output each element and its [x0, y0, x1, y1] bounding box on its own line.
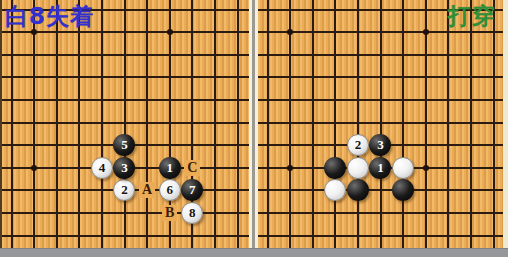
star-point	[287, 165, 293, 171]
stone-black-1: 1	[159, 157, 181, 179]
stone-black-3: 3	[113, 157, 135, 179]
stone-white-2: 2	[347, 134, 369, 156]
stone-white	[324, 179, 346, 201]
stone-black-3: 3	[369, 134, 391, 156]
stone-white-6: 6	[159, 179, 181, 201]
panel-divider	[252, 0, 255, 249]
stone-white-8: 8	[181, 202, 203, 224]
right-go-board[interactable]: 打穿 231	[258, 0, 508, 249]
stone-black	[347, 179, 369, 201]
intersection-lattice: 231	[258, 0, 505, 247]
stone-white	[392, 157, 414, 179]
stone-black	[392, 179, 414, 201]
stone-black-5: 5	[113, 134, 135, 156]
stone-black-1: 1	[369, 157, 391, 179]
stone-black	[324, 157, 346, 179]
point-label-A: A	[139, 182, 155, 198]
point-label-B: B	[162, 205, 177, 221]
status-bar	[0, 248, 508, 257]
right-diagram-title: 打穿	[448, 1, 496, 32]
point-label-C: C	[184, 160, 200, 176]
stone-white-2: 2	[113, 179, 135, 201]
stone-black-7: 7	[181, 179, 203, 201]
stone-white	[347, 157, 369, 179]
star-point	[167, 29, 173, 35]
stone-white-4: 4	[91, 157, 113, 179]
left-diagram-title: 白8失着	[5, 1, 94, 32]
star-point	[31, 165, 37, 171]
star-point	[423, 165, 429, 171]
intersection-lattice: 12345678ABC	[0, 0, 249, 247]
left-go-board[interactable]: 白8失着 12345678ABC	[0, 0, 249, 249]
star-point	[287, 29, 293, 35]
star-point	[423, 29, 429, 35]
